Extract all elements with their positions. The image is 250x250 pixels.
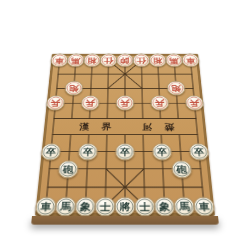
piece-black-advisor[interactable]: 士 xyxy=(94,197,115,217)
piece-red-horse[interactable]: 馬 xyxy=(165,54,183,67)
piece-glyph: 砲 xyxy=(63,164,74,173)
piece-glyph: 炮 xyxy=(69,85,79,93)
piece-glyph: 將 xyxy=(120,201,131,211)
piece-black-soldier[interactable]: 卒 xyxy=(152,143,172,160)
piece-glyph: 兵 xyxy=(85,99,95,107)
piece-black-advisor[interactable]: 士 xyxy=(134,197,155,217)
piece-black-soldier[interactable]: 卒 xyxy=(78,143,98,160)
piece-glyph: 炮 xyxy=(171,85,181,93)
piece-black-horse[interactable]: 馬 xyxy=(54,197,76,217)
piece-black-elephant[interactable]: 象 xyxy=(154,197,176,217)
piece-black-chariot[interactable]: 車 xyxy=(34,197,57,217)
piece-glyph: 仕 xyxy=(137,57,146,64)
piece-glyph: 卒 xyxy=(45,147,56,156)
board-front-edge xyxy=(31,216,219,225)
piece-glyph: 帥 xyxy=(120,57,129,64)
piece-glyph: 兵 xyxy=(189,99,199,107)
piece-red-soldier[interactable]: 兵 xyxy=(116,96,134,111)
board-surface: 漢 界 楚 河 車馬相仕帥仕相馬車炮炮兵兵兵兵兵卒卒卒卒卒砲砲車馬象士將士象馬車 xyxy=(35,54,215,216)
piece-black-elephant[interactable]: 象 xyxy=(74,197,96,217)
piece-black-cannon[interactable]: 砲 xyxy=(171,160,192,178)
piece-glyph: 士 xyxy=(139,201,150,211)
piece-glyph: 兵 xyxy=(155,99,165,107)
piece-red-chariot[interactable]: 車 xyxy=(50,54,68,67)
piece-red-advisor[interactable]: 仕 xyxy=(100,54,118,67)
piece-red-advisor[interactable]: 仕 xyxy=(133,54,151,67)
piece-black-soldier[interactable]: 卒 xyxy=(40,143,61,160)
piece-glyph: 馬 xyxy=(71,57,81,64)
piece-glyph: 兵 xyxy=(50,99,60,107)
piece-glyph: 車 xyxy=(198,201,210,211)
piece-glyph: 士 xyxy=(100,201,111,211)
piece-glyph: 卒 xyxy=(83,147,94,156)
piece-glyph: 車 xyxy=(40,201,52,211)
piece-red-general[interactable]: 帥 xyxy=(116,54,133,67)
piece-glyph: 象 xyxy=(80,201,91,211)
piece-black-cannon[interactable]: 砲 xyxy=(58,160,79,178)
piece-glyph: 車 xyxy=(186,57,196,64)
piece-red-soldier[interactable]: 兵 xyxy=(46,96,66,111)
piece-black-general[interactable]: 將 xyxy=(114,197,135,217)
piece-red-chariot[interactable]: 車 xyxy=(181,54,199,67)
piece-glyph: 卒 xyxy=(120,147,130,156)
piece-glyph: 卒 xyxy=(157,147,168,156)
xiangqi-board: 漢 界 楚 河 車馬相仕帥仕相馬車炮炮兵兵兵兵兵卒卒卒卒卒砲砲車馬象士將士象馬車 xyxy=(35,54,215,216)
piece-glyph: 馬 xyxy=(60,201,72,211)
piece-glyph: 砲 xyxy=(176,164,187,173)
piece-red-soldier[interactable]: 兵 xyxy=(185,96,205,111)
piece-red-elephant[interactable]: 相 xyxy=(149,54,167,67)
piece-red-horse[interactable]: 馬 xyxy=(67,54,85,67)
piece-glyph: 兵 xyxy=(120,99,130,107)
pieces-layer: 車馬相仕帥仕相馬車炮炮兵兵兵兵兵卒卒卒卒卒砲砲車馬象士將士象馬車 xyxy=(38,56,211,213)
piece-black-chariot[interactable]: 車 xyxy=(193,197,216,217)
piece-red-soldier[interactable]: 兵 xyxy=(81,96,100,111)
piece-glyph: 象 xyxy=(159,201,170,211)
piece-red-cannon[interactable]: 炮 xyxy=(167,81,186,95)
piece-red-cannon[interactable]: 炮 xyxy=(64,81,83,95)
piece-glyph: 卒 xyxy=(194,147,205,156)
piece-glyph: 相 xyxy=(153,57,162,64)
piece-black-horse[interactable]: 馬 xyxy=(173,197,195,217)
piece-black-soldier[interactable]: 卒 xyxy=(189,143,210,160)
piece-red-elephant[interactable]: 相 xyxy=(83,54,101,67)
piece-glyph: 相 xyxy=(88,57,97,64)
piece-red-soldier[interactable]: 兵 xyxy=(150,96,169,111)
piece-glyph: 馬 xyxy=(179,201,191,211)
piece-glyph: 車 xyxy=(55,57,65,64)
piece-glyph: 馬 xyxy=(169,57,179,64)
piece-glyph: 仕 xyxy=(104,57,113,64)
photo-background: 漢 界 楚 河 車馬相仕帥仕相馬車炮炮兵兵兵兵兵卒卒卒卒卒砲砲車馬象士將士象馬車 xyxy=(0,0,250,250)
piece-black-soldier[interactable]: 卒 xyxy=(115,143,135,160)
